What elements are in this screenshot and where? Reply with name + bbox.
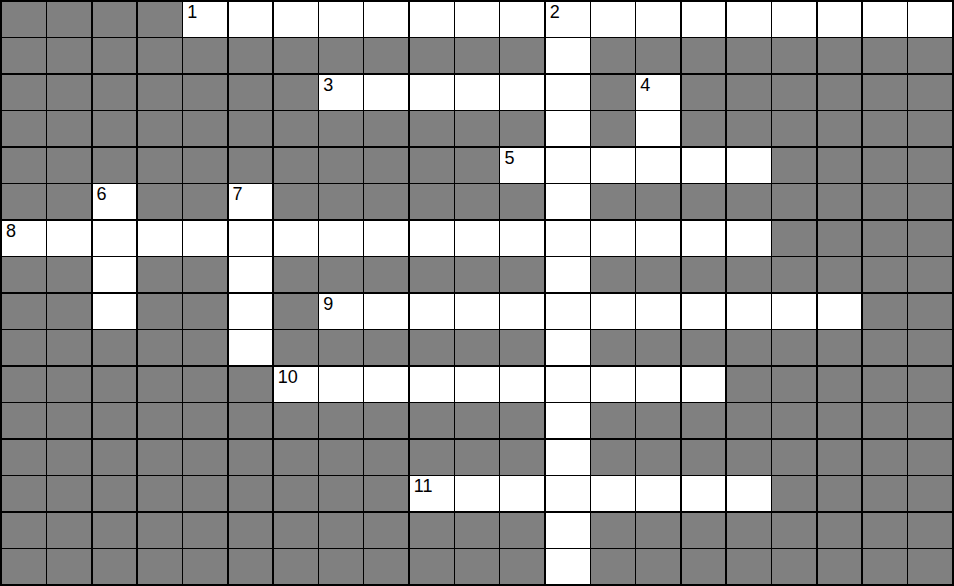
white-cell[interactable] <box>546 403 590 438</box>
block-cell <box>863 476 907 511</box>
block-cell <box>727 38 771 73</box>
block-cell <box>818 513 862 548</box>
block-cell <box>183 403 227 438</box>
white-cell[interactable] <box>546 111 590 146</box>
block-cell <box>591 111 635 146</box>
block-cell <box>772 111 816 146</box>
block-cell <box>183 513 227 548</box>
white-cell[interactable] <box>364 75 408 110</box>
block-cell <box>229 403 273 438</box>
block-cell <box>772 476 816 511</box>
block-cell <box>138 330 182 365</box>
block-cell <box>455 403 499 438</box>
block-cell <box>591 38 635 73</box>
white-cell[interactable] <box>727 294 771 329</box>
white-cell[interactable] <box>229 221 273 256</box>
block-cell <box>2 440 46 475</box>
block-cell <box>410 330 454 365</box>
white-cell[interactable] <box>546 294 590 329</box>
block-cell <box>274 294 318 329</box>
white-cell[interactable] <box>546 257 590 292</box>
block-cell <box>183 330 227 365</box>
block-cell <box>47 367 91 402</box>
white-cell[interactable] <box>682 294 726 329</box>
white-cell[interactable] <box>410 367 454 402</box>
block-cell <box>93 549 137 584</box>
white-cell[interactable] <box>546 549 590 584</box>
clue-number: 3 <box>323 76 333 95</box>
white-cell[interactable] <box>682 2 726 37</box>
block-cell <box>636 440 680 475</box>
block-cell <box>229 476 273 511</box>
white-cell[interactable] <box>546 513 590 548</box>
block-cell <box>455 257 499 292</box>
white-cell[interactable] <box>682 476 726 511</box>
block-cell <box>274 148 318 183</box>
block-cell <box>2 367 46 402</box>
block-cell <box>93 2 137 37</box>
white-cell[interactable] <box>229 2 273 37</box>
block-cell <box>818 184 862 219</box>
block-cell <box>319 440 363 475</box>
block-cell <box>863 184 907 219</box>
block-cell <box>183 257 227 292</box>
white-cell[interactable] <box>636 367 680 402</box>
white-cell[interactable] <box>772 2 816 37</box>
block-cell <box>183 184 227 219</box>
block-cell <box>636 184 680 219</box>
white-cell[interactable] <box>410 294 454 329</box>
block-cell <box>863 330 907 365</box>
block-cell <box>274 549 318 584</box>
block-cell <box>682 403 726 438</box>
block-cell <box>818 330 862 365</box>
block-cell <box>772 513 816 548</box>
white-cell[interactable] <box>500 476 544 511</box>
white-cell[interactable] <box>772 294 816 329</box>
block-cell <box>772 549 816 584</box>
block-cell <box>863 38 907 73</box>
block-cell <box>138 367 182 402</box>
block-cell <box>274 476 318 511</box>
white-cell[interactable] <box>500 75 544 110</box>
white-cell[interactable] <box>636 2 680 37</box>
block-cell <box>636 330 680 365</box>
white-cell[interactable] <box>727 221 771 256</box>
white-cell[interactable] <box>410 75 454 110</box>
white-cell[interactable] <box>229 257 273 292</box>
white-cell[interactable] <box>546 184 590 219</box>
block-cell <box>591 330 635 365</box>
block-cell <box>183 549 227 584</box>
white-cell[interactable] <box>455 221 499 256</box>
block-cell <box>93 476 137 511</box>
block-cell <box>818 367 862 402</box>
block-cell <box>863 440 907 475</box>
white-cell[interactable] <box>364 221 408 256</box>
block-cell <box>319 184 363 219</box>
white-cell[interactable] <box>591 367 635 402</box>
white-cell[interactable]: 2 <box>546 2 590 37</box>
block-cell <box>591 440 635 475</box>
block-cell <box>138 257 182 292</box>
white-cell[interactable] <box>546 330 590 365</box>
white-cell[interactable] <box>500 221 544 256</box>
block-cell <box>364 148 408 183</box>
block-cell <box>908 148 952 183</box>
white-cell[interactable] <box>908 2 952 37</box>
block-cell <box>908 513 952 548</box>
white-cell[interactable] <box>455 2 499 37</box>
white-cell[interactable] <box>591 294 635 329</box>
block-cell <box>364 111 408 146</box>
block-cell <box>727 549 771 584</box>
block-cell <box>229 38 273 73</box>
white-cell[interactable]: 3 <box>319 75 363 110</box>
white-cell[interactable] <box>319 2 363 37</box>
block-cell <box>47 476 91 511</box>
block-cell <box>410 184 454 219</box>
block-cell <box>138 184 182 219</box>
block-cell <box>319 330 363 365</box>
clue-number: 1 <box>187 3 197 22</box>
block-cell <box>500 111 544 146</box>
block-cell <box>2 294 46 329</box>
white-cell[interactable]: 11 <box>410 476 454 511</box>
block-cell <box>772 38 816 73</box>
block-cell <box>2 476 46 511</box>
block-cell <box>138 549 182 584</box>
block-cell <box>410 403 454 438</box>
block-cell <box>274 75 318 110</box>
block-cell <box>727 513 771 548</box>
block-cell <box>908 476 952 511</box>
block-cell <box>93 440 137 475</box>
white-cell[interactable] <box>274 2 318 37</box>
block-cell <box>2 75 46 110</box>
white-cell[interactable]: 7 <box>229 184 273 219</box>
block-cell <box>93 38 137 73</box>
block-cell <box>274 330 318 365</box>
block-cell <box>138 75 182 110</box>
block-cell <box>47 403 91 438</box>
white-cell[interactable] <box>682 221 726 256</box>
white-cell[interactable] <box>636 476 680 511</box>
block-cell <box>47 440 91 475</box>
block-cell <box>183 440 227 475</box>
block-cell <box>2 513 46 548</box>
crossword-board: 1234567891011 <box>0 0 954 586</box>
block-cell <box>863 221 907 256</box>
white-cell[interactable] <box>410 221 454 256</box>
block-cell <box>47 294 91 329</box>
white-cell[interactable] <box>455 367 499 402</box>
block-cell <box>818 403 862 438</box>
block-cell <box>410 440 454 475</box>
white-cell[interactable] <box>93 257 137 292</box>
block-cell <box>863 111 907 146</box>
white-cell[interactable]: 10 <box>274 367 318 402</box>
block-cell <box>727 367 771 402</box>
white-cell[interactable] <box>183 221 227 256</box>
block-cell <box>410 549 454 584</box>
white-cell[interactable] <box>274 221 318 256</box>
white-cell[interactable]: 9 <box>319 294 363 329</box>
block-cell <box>93 111 137 146</box>
white-cell[interactable] <box>818 294 862 329</box>
block-cell <box>229 111 273 146</box>
block-cell <box>138 2 182 37</box>
block-cell <box>500 549 544 584</box>
block-cell <box>183 38 227 73</box>
white-cell[interactable] <box>636 294 680 329</box>
block-cell <box>319 38 363 73</box>
white-cell[interactable] <box>93 221 137 256</box>
block-cell <box>818 111 862 146</box>
white-cell[interactable] <box>546 38 590 73</box>
block-cell <box>93 75 137 110</box>
block-cell <box>47 513 91 548</box>
block-cell <box>455 38 499 73</box>
block-cell <box>319 549 363 584</box>
white-cell[interactable] <box>818 2 862 37</box>
block-cell <box>636 549 680 584</box>
white-cell[interactable] <box>591 221 635 256</box>
white-cell[interactable] <box>636 221 680 256</box>
clue-number: 6 <box>97 185 107 204</box>
block-cell <box>682 257 726 292</box>
block-cell <box>138 38 182 73</box>
block-cell <box>2 38 46 73</box>
block-cell <box>908 257 952 292</box>
block-cell <box>364 184 408 219</box>
block-cell <box>908 403 952 438</box>
clue-number: 11 <box>414 477 433 496</box>
block-cell <box>364 513 408 548</box>
block-cell <box>908 38 952 73</box>
white-cell[interactable]: 1 <box>183 2 227 37</box>
block-cell <box>364 440 408 475</box>
white-cell[interactable] <box>47 221 91 256</box>
white-cell[interactable] <box>546 148 590 183</box>
white-cell[interactable]: 8 <box>2 221 46 256</box>
white-cell[interactable] <box>727 2 771 37</box>
block-cell <box>863 75 907 110</box>
block-cell <box>274 403 318 438</box>
block-cell <box>138 403 182 438</box>
white-cell[interactable] <box>682 367 726 402</box>
block-cell <box>364 403 408 438</box>
block-cell <box>455 111 499 146</box>
block-cell <box>183 148 227 183</box>
clue-number: 7 <box>233 185 243 204</box>
white-cell[interactable] <box>682 148 726 183</box>
block-cell <box>410 38 454 73</box>
block-cell <box>727 111 771 146</box>
block-cell <box>2 403 46 438</box>
block-cell <box>863 513 907 548</box>
block-cell <box>818 38 862 73</box>
white-cell[interactable]: 4 <box>636 75 680 110</box>
block-cell <box>636 513 680 548</box>
white-cell[interactable] <box>455 476 499 511</box>
white-cell[interactable] <box>364 2 408 37</box>
white-cell[interactable] <box>455 75 499 110</box>
block-cell <box>274 513 318 548</box>
block-cell <box>636 38 680 73</box>
block-cell <box>274 440 318 475</box>
block-cell <box>47 330 91 365</box>
block-cell <box>410 513 454 548</box>
block-cell <box>319 148 363 183</box>
block-cell <box>682 440 726 475</box>
block-cell <box>863 148 907 183</box>
white-cell[interactable] <box>364 294 408 329</box>
block-cell <box>319 513 363 548</box>
block-cell <box>500 257 544 292</box>
block-cell <box>364 330 408 365</box>
block-cell <box>682 38 726 73</box>
white-cell[interactable] <box>500 367 544 402</box>
block-cell <box>410 111 454 146</box>
block-cell <box>500 440 544 475</box>
block-cell <box>682 111 726 146</box>
block-cell <box>727 403 771 438</box>
block-cell <box>229 549 273 584</box>
white-cell[interactable] <box>546 221 590 256</box>
block-cell <box>93 148 137 183</box>
clue-number: 2 <box>550 3 560 22</box>
white-cell[interactable] <box>319 367 363 402</box>
block-cell <box>319 257 363 292</box>
block-cell <box>908 367 952 402</box>
white-cell[interactable] <box>500 2 544 37</box>
white-cell[interactable] <box>546 75 590 110</box>
block-cell <box>455 184 499 219</box>
block-cell <box>863 367 907 402</box>
block-cell <box>818 476 862 511</box>
block-cell <box>2 184 46 219</box>
block-cell <box>772 403 816 438</box>
block-cell <box>591 184 635 219</box>
block-cell <box>2 549 46 584</box>
block-cell <box>500 38 544 73</box>
block-cell <box>2 2 46 37</box>
block-cell <box>455 330 499 365</box>
block-cell <box>274 184 318 219</box>
white-cell[interactable] <box>410 2 454 37</box>
white-cell[interactable] <box>319 221 363 256</box>
block-cell <box>229 367 273 402</box>
white-cell[interactable] <box>138 221 182 256</box>
block-cell <box>364 549 408 584</box>
block-cell <box>772 330 816 365</box>
block-cell <box>455 549 499 584</box>
block-cell <box>183 294 227 329</box>
white-cell[interactable]: 6 <box>93 184 137 219</box>
block-cell <box>138 513 182 548</box>
block-cell <box>183 75 227 110</box>
white-cell[interactable]: 5 <box>500 148 544 183</box>
white-cell[interactable] <box>863 2 907 37</box>
block-cell <box>47 148 91 183</box>
block-cell <box>229 513 273 548</box>
white-cell[interactable] <box>455 294 499 329</box>
block-cell <box>908 111 952 146</box>
block-cell <box>138 294 182 329</box>
white-cell[interactable] <box>364 367 408 402</box>
block-cell <box>47 2 91 37</box>
white-cell[interactable] <box>591 476 635 511</box>
white-cell[interactable] <box>636 111 680 146</box>
block-cell <box>47 549 91 584</box>
block-cell <box>908 549 952 584</box>
block-cell <box>229 148 273 183</box>
block-cell <box>682 330 726 365</box>
block-cell <box>319 476 363 511</box>
white-cell[interactable] <box>229 294 273 329</box>
block-cell <box>410 257 454 292</box>
block-cell <box>500 330 544 365</box>
block-cell <box>500 403 544 438</box>
block-cell <box>772 367 816 402</box>
block-cell <box>727 257 771 292</box>
block-cell <box>636 257 680 292</box>
clue-number: 10 <box>278 368 298 387</box>
block-cell <box>591 513 635 548</box>
white-cell[interactable] <box>727 476 771 511</box>
block-cell <box>364 38 408 73</box>
block-cell <box>682 549 726 584</box>
block-cell <box>455 513 499 548</box>
block-cell <box>591 549 635 584</box>
block-cell <box>908 184 952 219</box>
white-cell[interactable] <box>546 440 590 475</box>
white-cell[interactable] <box>591 2 635 37</box>
block-cell <box>93 330 137 365</box>
white-cell[interactable] <box>727 148 771 183</box>
block-cell <box>138 111 182 146</box>
block-cell <box>319 403 363 438</box>
block-cell <box>319 111 363 146</box>
block-cell <box>2 111 46 146</box>
block-cell <box>500 184 544 219</box>
block-cell <box>455 148 499 183</box>
white-cell[interactable] <box>636 148 680 183</box>
block-cell <box>47 75 91 110</box>
block-cell <box>455 440 499 475</box>
block-cell <box>47 111 91 146</box>
block-cell <box>138 476 182 511</box>
block-cell <box>908 330 952 365</box>
white-cell[interactable] <box>229 330 273 365</box>
block-cell <box>682 513 726 548</box>
white-cell[interactable] <box>500 294 544 329</box>
block-cell <box>818 75 862 110</box>
block-cell <box>274 38 318 73</box>
block-cell <box>772 148 816 183</box>
block-cell <box>863 294 907 329</box>
white-cell[interactable] <box>546 367 590 402</box>
block-cell <box>364 257 408 292</box>
white-cell[interactable] <box>93 294 137 329</box>
white-cell[interactable] <box>546 476 590 511</box>
block-cell <box>863 257 907 292</box>
block-cell <box>183 367 227 402</box>
block-cell <box>47 38 91 73</box>
block-cell <box>818 221 862 256</box>
white-cell[interactable] <box>591 148 635 183</box>
